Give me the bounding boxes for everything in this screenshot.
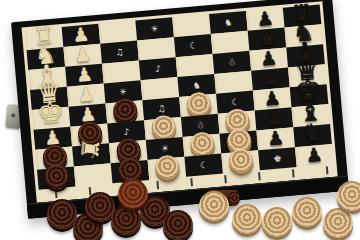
black-knight[interactable]: ♞	[301, 120, 325, 146]
square-drawing-icon: ☾	[184, 154, 223, 177]
square-drawing-icon: ♚	[258, 147, 297, 170]
square-7-6[interactable]: ♚	[258, 147, 297, 170]
square-7-0[interactable]: ☂	[37, 166, 76, 189]
square-7-4[interactable]: ☾	[184, 154, 223, 177]
square-7-5[interactable]	[221, 150, 260, 173]
square-7-7[interactable]: ♟	[295, 144, 334, 167]
dark-checker-offboard[interactable]	[163, 210, 193, 240]
white-rook-tipped[interactable]: ♜	[76, 137, 101, 160]
light-checker-offboard[interactable]	[199, 191, 229, 221]
black-pawn[interactable]: ♟	[305, 145, 324, 165]
light-checker-offboard[interactable]	[232, 204, 262, 234]
light-checker-offboard[interactable]	[292, 197, 322, 227]
light-checker[interactable]	[154, 154, 180, 180]
light-checker-offboard[interactable]	[337, 181, 360, 211]
light-checker-offboard[interactable]	[262, 207, 292, 237]
light-checker[interactable]	[227, 148, 253, 174]
board-grid: ♜☽♟☀♞♟★♜☂♞♟♫☾♚♟♞♝☁♟♪☃♟♘♝☽♛♟☀♞★♟♛♚☂♟♫☾♟♚♚…	[25, 4, 334, 189]
light-checker[interactable]	[185, 91, 211, 117]
chessboard: ♜☽♟☀♞♟★♜☂♞♟♫☾♚♟♞♝☁♟♪☃♟♘♝☽♛♟☀♞★♟♛♚☂♟♫☾♟♚♚…	[11, 0, 349, 219]
dark-checker-offboard[interactable]	[111, 205, 141, 235]
white-king[interactable]: ♚	[36, 96, 65, 128]
red-checker-offboard[interactable]	[118, 179, 148, 209]
black-pawn[interactable]: ♟	[266, 128, 285, 148]
light-checker[interactable]	[150, 115, 176, 141]
square-7-3[interactable]	[148, 157, 187, 180]
photo-stage: ♜☽♟☀♞♟★♜☂♞♟♫☾♚♟♞♝☁♟♪☃♟♘♝☽♛♟☀♞★♟♛♚☂♟♫☾♟♚♚…	[0, 0, 360, 240]
dark-checker[interactable]	[112, 98, 138, 124]
dark-checker[interactable]	[43, 164, 69, 190]
square-7-1[interactable]	[74, 163, 113, 186]
light-checker-offboard[interactable]	[323, 208, 353, 238]
light-checker[interactable]	[189, 131, 215, 157]
board-frame: ♜☽♟☀♞♟★♜☂♞♟♫☾♚♟♞♝☁♟♪☃♟♘♝☽♛♟☀♞★♟♛♚☂♟♫☾♟♚♚…	[11, 0, 349, 219]
board-surface: ♜☽♟☀♞♟★♜☂♞♟♫☾♚♟♞♝☁♟♪☃♟♘♝☽♛♟☀♞★♟♛♚☂♟♫☾♟♚♚…	[22, 1, 338, 203]
